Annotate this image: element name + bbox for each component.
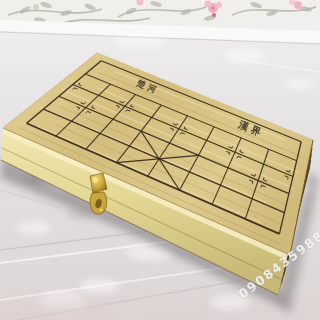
- scene: 楚河 漢界 0908435988: [0, 0, 320, 320]
- scene-graphic: 楚河 漢界: [0, 0, 320, 320]
- brass-clasp: [90, 173, 107, 214]
